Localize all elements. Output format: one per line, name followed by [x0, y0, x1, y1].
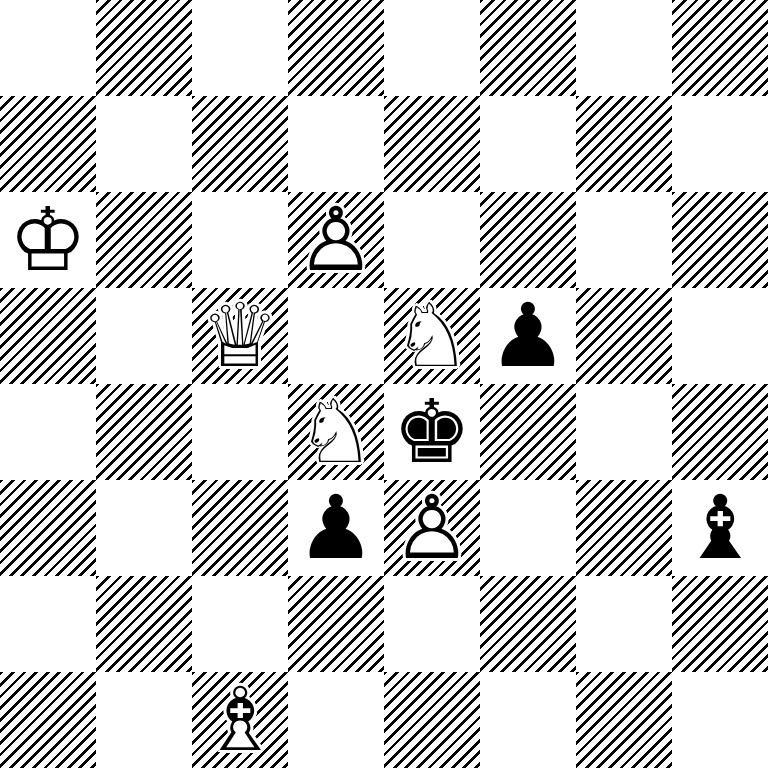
square-g4[interactable] [576, 384, 672, 480]
square-f1[interactable] [480, 672, 576, 768]
white-queen-halo: ♛ [192, 288, 288, 384]
square-g6[interactable] [576, 192, 672, 288]
square-f3[interactable] [480, 480, 576, 576]
square-e1[interactable] [384, 672, 480, 768]
square-d8[interactable] [288, 0, 384, 96]
square-h4[interactable] [672, 384, 768, 480]
square-d3[interactable]: ♟♟ [288, 480, 384, 576]
white-king-halo: ♚ [0, 192, 96, 288]
square-e8[interactable] [384, 0, 480, 96]
white-pawn-halo: ♟ [288, 192, 384, 288]
square-a4[interactable] [0, 384, 96, 480]
square-g8[interactable] [576, 0, 672, 96]
square-b8[interactable] [96, 0, 192, 96]
white-queen-piece: ♕ [192, 288, 288, 384]
square-c2[interactable] [192, 576, 288, 672]
square-g3[interactable] [576, 480, 672, 576]
square-d1[interactable] [288, 672, 384, 768]
square-f5[interactable]: ♟♟ [480, 288, 576, 384]
square-e3[interactable]: ♟♙ [384, 480, 480, 576]
square-a2[interactable] [0, 576, 96, 672]
square-b2[interactable] [96, 576, 192, 672]
square-c7[interactable] [192, 96, 288, 192]
black-pawn-halo: ♟ [288, 480, 384, 576]
square-f2[interactable] [480, 576, 576, 672]
black-king-piece: ♚ [384, 384, 480, 480]
square-d6[interactable]: ♟♙ [288, 192, 384, 288]
square-a6[interactable]: ♚♔ [0, 192, 96, 288]
square-a3[interactable] [0, 480, 96, 576]
black-pawn-piece: ♟ [288, 480, 384, 576]
square-f4[interactable] [480, 384, 576, 480]
white-pawn-halo: ♟ [384, 480, 480, 576]
square-b4[interactable] [96, 384, 192, 480]
chess-board: ♚♔♟♙♛♕♞♘♟♟♞♘♚♚♟♟♟♙♝♝♝♗ [0, 0, 768, 768]
square-g7[interactable] [576, 96, 672, 192]
square-a7[interactable] [0, 96, 96, 192]
square-a5[interactable] [0, 288, 96, 384]
square-b3[interactable] [96, 480, 192, 576]
square-h8[interactable] [672, 0, 768, 96]
square-e4[interactable]: ♚♚ [384, 384, 480, 480]
square-d7[interactable] [288, 96, 384, 192]
square-h6[interactable] [672, 192, 768, 288]
square-d4[interactable]: ♞♘ [288, 384, 384, 480]
square-e7[interactable] [384, 96, 480, 192]
square-g5[interactable] [576, 288, 672, 384]
square-c6[interactable] [192, 192, 288, 288]
square-a8[interactable] [0, 0, 96, 96]
square-e5[interactable]: ♞♘ [384, 288, 480, 384]
black-king-halo: ♚ [384, 384, 480, 480]
square-b6[interactable] [96, 192, 192, 288]
white-knight-halo: ♞ [384, 288, 480, 384]
black-pawn-piece: ♟ [480, 288, 576, 384]
square-c3[interactable] [192, 480, 288, 576]
square-h5[interactable] [672, 288, 768, 384]
square-b5[interactable] [96, 288, 192, 384]
square-c5[interactable]: ♛♕ [192, 288, 288, 384]
white-knight-halo: ♞ [288, 384, 384, 480]
square-g1[interactable] [576, 672, 672, 768]
square-b1[interactable] [96, 672, 192, 768]
square-c1[interactable]: ♝♗ [192, 672, 288, 768]
square-b7[interactable] [96, 96, 192, 192]
black-pawn-halo: ♟ [480, 288, 576, 384]
white-king-piece: ♔ [0, 192, 96, 288]
square-e6[interactable] [384, 192, 480, 288]
square-h1[interactable] [672, 672, 768, 768]
black-bishop-piece: ♝ [672, 480, 768, 576]
white-pawn-piece: ♙ [288, 192, 384, 288]
square-c8[interactable] [192, 0, 288, 96]
square-h7[interactable] [672, 96, 768, 192]
square-e2[interactable] [384, 576, 480, 672]
square-h2[interactable] [672, 576, 768, 672]
white-knight-piece: ♘ [288, 384, 384, 480]
white-knight-piece: ♘ [384, 288, 480, 384]
square-f6[interactable] [480, 192, 576, 288]
white-pawn-piece: ♙ [384, 480, 480, 576]
square-h3[interactable]: ♝♝ [672, 480, 768, 576]
square-f7[interactable] [480, 96, 576, 192]
square-f8[interactable] [480, 0, 576, 96]
square-d2[interactable] [288, 576, 384, 672]
white-bishop-halo: ♝ [192, 672, 288, 768]
square-a1[interactable] [0, 672, 96, 768]
square-g2[interactable] [576, 576, 672, 672]
black-bishop-halo: ♝ [672, 480, 768, 576]
square-c4[interactable] [192, 384, 288, 480]
square-d5[interactable] [288, 288, 384, 384]
white-bishop-piece: ♗ [192, 672, 288, 768]
